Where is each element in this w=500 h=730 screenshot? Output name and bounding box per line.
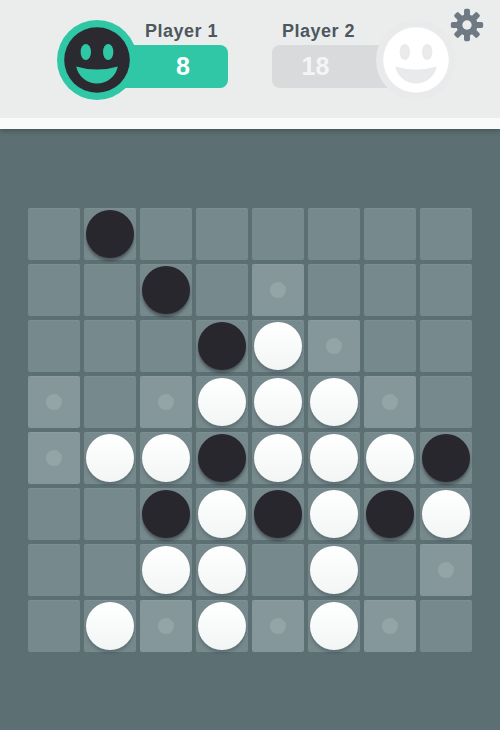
white-disc [198,490,246,538]
board-cell-r1c8[interactable] [420,208,472,260]
board-cell-r6c2[interactable] [84,488,136,540]
legal-move-hint-dot [270,618,286,634]
board-cell-r2c8[interactable] [420,264,472,316]
board-cell-r7c8[interactable] [420,544,472,596]
legal-move-hint-dot [46,394,62,410]
white-disc [254,378,302,426]
white-disc [310,602,358,650]
board-cell-r1c2[interactable] [84,208,136,260]
legal-move-hint-dot [326,338,342,354]
board [28,208,472,652]
board-cell-r4c7[interactable] [364,376,416,428]
board-cell-r6c1[interactable] [28,488,80,540]
board-cell-r5c6[interactable] [308,432,360,484]
board-cell-r8c1[interactable] [28,600,80,652]
board-cell-r5c1[interactable] [28,432,80,484]
legal-move-hint-dot [382,394,398,410]
board-cell-r4c1[interactable] [28,376,80,428]
board-cell-r2c1[interactable] [28,264,80,316]
board-cell-r4c5[interactable] [252,376,304,428]
board-cell-r2c5[interactable] [252,264,304,316]
board-cell-r8c7[interactable] [364,600,416,652]
white-disc [310,378,358,426]
board-cell-r3c2[interactable] [84,320,136,372]
board-cell-r7c2[interactable] [84,544,136,596]
board-cell-r4c8[interactable] [420,376,472,428]
board-cell-r2c4[interactable] [196,264,248,316]
white-disc [366,434,414,482]
board-cell-r3c7[interactable] [364,320,416,372]
board-cell-r4c6[interactable] [308,376,360,428]
board-cell-r2c7[interactable] [364,264,416,316]
board-cell-r3c1[interactable] [28,320,80,372]
board-cell-r1c4[interactable] [196,208,248,260]
white-disc [86,434,134,482]
header: Player 1 8 Player 2 18 [0,0,500,129]
board-cell-r8c3[interactable] [140,600,192,652]
black-disc [422,434,470,482]
board-cell-r1c6[interactable] [308,208,360,260]
board-cell-r5c3[interactable] [140,432,192,484]
legal-move-hint-dot [158,394,174,410]
board-cell-r1c7[interactable] [364,208,416,260]
white-disc [198,378,246,426]
player2-score: 18 [302,52,330,81]
board-cell-r8c4[interactable] [196,600,248,652]
board-cell-r4c3[interactable] [140,376,192,428]
board-cell-r1c5[interactable] [252,208,304,260]
white-disc [142,546,190,594]
player2-name-label: Player 2 [282,21,382,42]
board-cell-r6c7[interactable] [364,488,416,540]
board-cell-r5c8[interactable] [420,432,472,484]
white-disc [198,546,246,594]
board-cell-r5c2[interactable] [84,432,136,484]
legal-move-hint-dot [270,282,286,298]
board-cell-r6c3[interactable] [140,488,192,540]
gear-hole [462,20,471,29]
legal-move-hint-dot [158,618,174,634]
board-cell-r8c6[interactable] [308,600,360,652]
board-cell-r7c7[interactable] [364,544,416,596]
player2-smiley-face-icon [376,20,456,100]
board-cell-r5c7[interactable] [364,432,416,484]
board-cell-r2c3[interactable] [140,264,192,316]
white-disc [310,546,358,594]
board-cell-r8c8[interactable] [420,600,472,652]
black-disc [142,266,190,314]
board-cell-r7c3[interactable] [140,544,192,596]
board-cell-r2c2[interactable] [84,264,136,316]
black-disc [86,210,134,258]
white-disc [198,602,246,650]
black-disc [142,490,190,538]
white-disc [310,490,358,538]
white-disc [310,434,358,482]
board-cell-r7c1[interactable] [28,544,80,596]
board-cell-r4c4[interactable] [196,376,248,428]
board-cell-r3c3[interactable] [140,320,192,372]
board-cell-r6c4[interactable] [196,488,248,540]
player1-smiley-face-icon [57,20,137,100]
board-cell-r3c6[interactable] [308,320,360,372]
board-cell-r7c5[interactable] [252,544,304,596]
board-cell-r3c8[interactable] [420,320,472,372]
white-disc [142,434,190,482]
board-cell-r4c2[interactable] [84,376,136,428]
board-cell-r5c4[interactable] [196,432,248,484]
board-cell-r6c8[interactable] [420,488,472,540]
white-disc [254,322,302,370]
black-disc [254,490,302,538]
board-cell-r6c5[interactable] [252,488,304,540]
board-cell-r1c3[interactable] [140,208,192,260]
board-cell-r8c5[interactable] [252,600,304,652]
black-disc [198,434,246,482]
black-disc [366,490,414,538]
legal-move-hint-dot [382,618,398,634]
white-disc [254,434,302,482]
board-cell-r3c4[interactable] [196,320,248,372]
legal-move-hint-dot [438,562,454,578]
white-disc [86,602,134,650]
board-cell-r3c5[interactable] [252,320,304,372]
black-disc [198,322,246,370]
board-cell-r8c2[interactable] [84,600,136,652]
board-cell-r2c6[interactable] [308,264,360,316]
board-cell-r5c5[interactable] [252,432,304,484]
legal-move-hint-dot [46,450,62,466]
header-bottom-strip [0,118,500,129]
board-cell-r7c6[interactable] [308,544,360,596]
player1-score: 8 [176,52,190,81]
white-disc [422,490,470,538]
board-cell-r7c4[interactable] [196,544,248,596]
board-cell-r1c1[interactable] [28,208,80,260]
board-cell-r6c6[interactable] [308,488,360,540]
